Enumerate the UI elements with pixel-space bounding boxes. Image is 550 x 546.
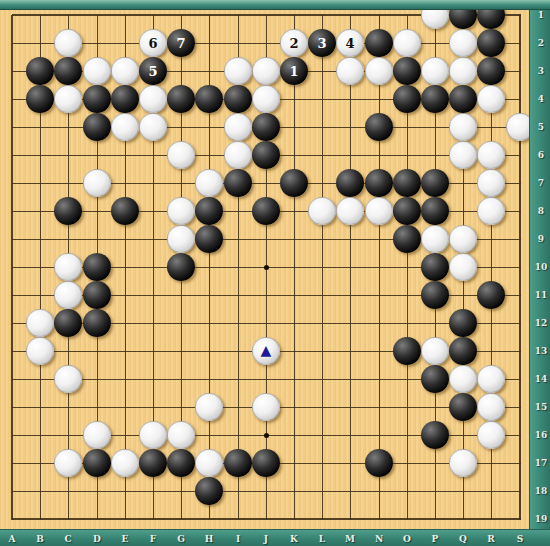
row-label-1: 1	[538, 10, 544, 20]
stone-black-E8[interactable]	[111, 197, 139, 225]
move-number-label: 4	[345, 36, 354, 51]
stone-black-R2[interactable]	[477, 29, 505, 57]
move-number-label: 2	[289, 36, 298, 51]
stone-white-P3[interactable]	[421, 57, 449, 85]
stone-white-J15[interactable]	[252, 393, 280, 421]
column-label-R: R	[487, 534, 494, 544]
column-label-S: S	[517, 534, 524, 544]
column-label-H: H	[205, 534, 214, 544]
stone-white-N8[interactable]	[365, 197, 393, 225]
stone-black-K7[interactable]	[280, 169, 308, 197]
stone-black-D17[interactable]	[83, 449, 111, 477]
stone-white-H7[interactable]	[195, 169, 223, 197]
stone-black-J8[interactable]	[252, 197, 280, 225]
move-number-label: 6	[148, 36, 157, 51]
stone-white-D7[interactable]	[83, 169, 111, 197]
stone-black-P11[interactable]	[421, 281, 449, 309]
stone-white-Q9[interactable]	[449, 225, 477, 253]
stone-white-G8[interactable]	[167, 197, 195, 225]
stone-white-R14[interactable]	[477, 365, 505, 393]
stone-white-M3[interactable]	[336, 57, 364, 85]
move-number-label: 7	[176, 36, 185, 51]
column-label-M: M	[345, 534, 355, 544]
stone-black-H8[interactable]	[195, 197, 223, 225]
stone-black-H4[interactable]	[195, 85, 223, 113]
stone-white-M8[interactable]	[336, 197, 364, 225]
grid-line-horizontal	[12, 491, 521, 492]
row-label-7: 7	[538, 178, 544, 188]
stone-black-P7[interactable]	[421, 169, 449, 197]
stone-white-C10[interactable]	[54, 253, 82, 281]
row-label-14: 14	[535, 374, 548, 384]
stone-white-D3[interactable]	[83, 57, 111, 85]
stone-black-Q12[interactable]	[449, 309, 477, 337]
stone-black-G2[interactable]: 7	[167, 29, 195, 57]
stone-black-R3[interactable]	[477, 57, 505, 85]
stone-white-I3[interactable]	[224, 57, 252, 85]
stone-white-R4[interactable]	[477, 85, 505, 113]
stone-black-I4[interactable]	[224, 85, 252, 113]
stone-white-O2[interactable]	[393, 29, 421, 57]
stone-black-P4[interactable]	[421, 85, 449, 113]
stone-black-D12[interactable]	[83, 309, 111, 337]
row-label-19: 19	[535, 514, 548, 524]
stone-black-B4[interactable]	[26, 85, 54, 113]
stone-black-N7[interactable]	[365, 169, 393, 197]
stone-black-P10[interactable]	[421, 253, 449, 281]
stone-white-B12[interactable]	[26, 309, 54, 337]
stone-white-N3[interactable]	[365, 57, 393, 85]
stone-black-F3[interactable]: 5	[139, 57, 167, 85]
stone-white-E5[interactable]	[111, 113, 139, 141]
row-label-5: 5	[538, 122, 544, 132]
stone-black-M7[interactable]	[336, 169, 364, 197]
stone-white-J3[interactable]	[252, 57, 280, 85]
stone-white-G9[interactable]	[167, 225, 195, 253]
stone-black-O13[interactable]	[393, 337, 421, 365]
stone-black-R11[interactable]	[477, 281, 505, 309]
stone-white-Q6[interactable]	[449, 141, 477, 169]
stone-white-Q3[interactable]	[449, 57, 477, 85]
stone-white-Q14[interactable]	[449, 365, 477, 393]
stone-white-I6[interactable]	[224, 141, 252, 169]
row-label-2: 2	[538, 38, 544, 48]
stone-white-P13[interactable]	[421, 337, 449, 365]
row-label-15: 15	[535, 402, 548, 412]
go-game-window: 6723451▲ 12345678910111213141516171819 A…	[0, 0, 550, 546]
stone-white-F4[interactable]	[139, 85, 167, 113]
stone-black-J5[interactable]	[252, 113, 280, 141]
row-coordinates-strip: 12345678910111213141516171819	[529, 0, 550, 546]
stone-white-F5[interactable]	[139, 113, 167, 141]
stone-white-C17[interactable]	[54, 449, 82, 477]
stone-black-L2[interactable]: 3	[308, 29, 336, 57]
stone-black-B3[interactable]	[26, 57, 54, 85]
stone-black-N2[interactable]	[365, 29, 393, 57]
stone-black-D10[interactable]	[83, 253, 111, 281]
row-label-16: 16	[535, 430, 548, 440]
stone-black-C12[interactable]	[54, 309, 82, 337]
column-label-N: N	[375, 534, 383, 544]
grid-line-vertical	[294, 15, 295, 520]
stone-white-E17[interactable]	[111, 449, 139, 477]
stone-white-M2[interactable]: 4	[336, 29, 364, 57]
grid-line-vertical	[379, 15, 380, 520]
column-label-D: D	[93, 534, 101, 544]
column-label-B: B	[36, 534, 44, 544]
stone-white-J13[interactable]: ▲	[252, 337, 280, 365]
stone-black-Q13[interactable]	[449, 337, 477, 365]
stone-black-P16[interactable]	[421, 421, 449, 449]
grid-line-horizontal	[12, 518, 521, 520]
grid-line-vertical	[322, 15, 323, 520]
stone-black-G17[interactable]	[167, 449, 195, 477]
stone-black-H9[interactable]	[195, 225, 223, 253]
stone-black-J17[interactable]	[252, 449, 280, 477]
column-label-A: A	[9, 534, 16, 544]
stone-white-J4[interactable]	[252, 85, 280, 113]
stone-black-F17[interactable]	[139, 449, 167, 477]
column-label-O: O	[403, 534, 411, 544]
stone-black-P8[interactable]	[421, 197, 449, 225]
star-point	[264, 433, 269, 438]
row-label-6: 6	[538, 150, 544, 160]
row-label-12: 12	[535, 318, 548, 328]
column-label-P: P	[432, 534, 439, 544]
move-number-label: 1	[289, 64, 298, 79]
stone-white-F2[interactable]: 6	[139, 29, 167, 57]
row-label-9: 9	[538, 234, 544, 244]
column-label-C: C	[64, 534, 71, 544]
stone-black-G4[interactable]	[167, 85, 195, 113]
stone-black-E4[interactable]	[111, 85, 139, 113]
column-label-Q: Q	[459, 534, 467, 544]
column-label-G: G	[177, 534, 185, 544]
row-label-13: 13	[535, 346, 548, 356]
stone-white-G6[interactable]	[167, 141, 195, 169]
move-number-label: 5	[148, 64, 157, 79]
row-label-18: 18	[535, 486, 548, 496]
column-label-K: K	[290, 534, 298, 544]
row-label-10: 10	[535, 262, 548, 272]
triangle-marker-icon: ▲	[261, 343, 272, 357]
stone-black-O4[interactable]	[393, 85, 421, 113]
stone-white-Q2[interactable]	[449, 29, 477, 57]
stone-white-D16[interactable]	[83, 421, 111, 449]
row-label-4: 4	[538, 94, 544, 104]
stone-white-K2[interactable]: 2	[280, 29, 308, 57]
stone-black-Q4[interactable]	[449, 85, 477, 113]
stone-white-R16[interactable]	[477, 421, 505, 449]
stone-white-C11[interactable]	[54, 281, 82, 309]
row-label-3: 3	[538, 66, 544, 76]
stone-white-R6[interactable]	[477, 141, 505, 169]
move-number-label: 3	[317, 36, 326, 51]
stone-black-G10[interactable]	[167, 253, 195, 281]
stone-white-C14[interactable]	[54, 365, 82, 393]
stone-white-F16[interactable]	[139, 421, 167, 449]
stone-black-O7[interactable]	[393, 169, 421, 197]
stone-white-H15[interactable]	[195, 393, 223, 421]
stone-black-C3[interactable]	[54, 57, 82, 85]
stone-black-P14[interactable]	[421, 365, 449, 393]
stone-black-I7[interactable]	[224, 169, 252, 197]
stone-black-H18[interactable]	[195, 477, 223, 505]
stone-white-R15[interactable]	[477, 393, 505, 421]
star-point	[264, 265, 269, 270]
stone-black-C8[interactable]	[54, 197, 82, 225]
stone-black-D5[interactable]	[83, 113, 111, 141]
stone-white-R7[interactable]	[477, 169, 505, 197]
grid-line-vertical	[350, 15, 351, 520]
stone-white-C2[interactable]	[54, 29, 82, 57]
stone-white-C4[interactable]	[54, 85, 82, 113]
row-label-8: 8	[538, 206, 544, 216]
stone-white-Q10[interactable]	[449, 253, 477, 281]
go-board[interactable]: 6723451▲	[0, 10, 529, 529]
column-label-I: I	[236, 534, 240, 544]
stone-black-O9[interactable]	[393, 225, 421, 253]
stone-white-L8[interactable]	[308, 197, 336, 225]
stone-white-P9[interactable]	[421, 225, 449, 253]
grid-line-vertical	[519, 15, 521, 520]
row-label-17: 17	[535, 458, 548, 468]
stone-white-I5[interactable]	[224, 113, 252, 141]
title-bar	[0, 0, 550, 10]
stone-white-Q17[interactable]	[449, 449, 477, 477]
column-label-F: F	[150, 534, 156, 544]
stone-black-O3[interactable]	[393, 57, 421, 85]
stone-black-D11[interactable]	[83, 281, 111, 309]
row-label-11: 11	[535, 290, 548, 300]
stone-black-I17[interactable]	[224, 449, 252, 477]
stone-black-N5[interactable]	[365, 113, 393, 141]
stone-white-H17[interactable]	[195, 449, 223, 477]
column-label-E: E	[122, 534, 129, 544]
stone-black-N17[interactable]	[365, 449, 393, 477]
column-label-J: J	[264, 534, 268, 544]
column-label-L: L	[319, 534, 325, 544]
stone-black-D4[interactable]	[83, 85, 111, 113]
stone-white-G16[interactable]	[167, 421, 195, 449]
stone-white-R8[interactable]	[477, 197, 505, 225]
stone-black-K3[interactable]: 1	[280, 57, 308, 85]
stone-white-B13[interactable]	[26, 337, 54, 365]
column-coordinates-strip: ABCDEFGHIJKLMNOPQRS	[0, 529, 550, 546]
stone-white-Q5[interactable]	[449, 113, 477, 141]
stone-black-Q15[interactable]	[449, 393, 477, 421]
stone-black-O8[interactable]	[393, 197, 421, 225]
stone-white-E3[interactable]	[111, 57, 139, 85]
stone-black-J6[interactable]	[252, 141, 280, 169]
